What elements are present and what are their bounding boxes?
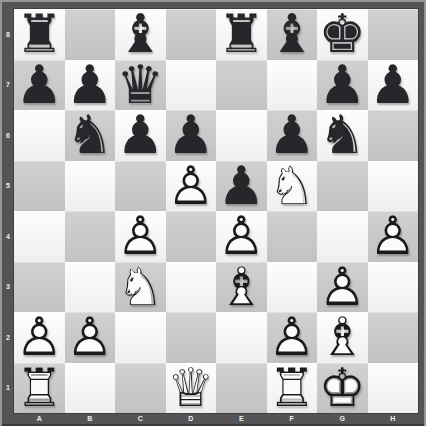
square-f4[interactable] [267, 211, 318, 262]
square-a4[interactable] [14, 211, 65, 262]
square-g8[interactable]: ♚ [317, 9, 368, 60]
white-piece-outline-glyph: ♔ [317, 363, 368, 414]
piece-white-pawn[interactable]: ♟♙ [65, 312, 116, 363]
square-h5[interactable] [368, 161, 419, 212]
square-d5[interactable]: ♟♙ [166, 161, 217, 212]
square-a1[interactable]: ♜♖ [14, 363, 65, 414]
white-piece-outline-glyph: ♙ [368, 211, 419, 262]
rank-label-2: 2 [2, 312, 14, 363]
white-piece-outline-glyph: ♘ [267, 161, 318, 212]
square-f3[interactable] [267, 262, 318, 313]
file-label-b: B [65, 413, 116, 424]
piece-black-pawn[interactable]: ♟ [115, 110, 166, 161]
piece-black-king[interactable]: ♚ [317, 9, 368, 60]
file-label-h: H [368, 413, 419, 424]
piece-black-pawn[interactable]: ♟ [65, 60, 116, 111]
piece-black-rook[interactable]: ♜ [14, 9, 65, 60]
white-piece-outline-glyph: ♙ [317, 262, 368, 313]
piece-white-bishop[interactable]: ♝♗ [216, 262, 267, 313]
square-a7[interactable]: ♟ [14, 60, 65, 111]
piece-white-pawn[interactable]: ♟♙ [166, 161, 217, 212]
file-label-d: D [166, 413, 217, 424]
square-c8[interactable]: ♝ [115, 9, 166, 60]
chess-board: ♜♝♜♝♚♟♟♛♟♟♞♟♟♟♞♟♙♟♞♘♟♙♟♙♟♙♞♘♝♗♟♙♟♙♟♙♟♙♝♗… [14, 9, 418, 413]
square-h3[interactable] [368, 262, 419, 313]
square-d7[interactable] [166, 60, 217, 111]
piece-white-pawn[interactable]: ♟♙ [267, 312, 318, 363]
square-c6[interactable]: ♟ [115, 110, 166, 161]
square-c2[interactable] [115, 312, 166, 363]
square-h6[interactable] [368, 110, 419, 161]
rank-label-3: 3 [2, 262, 14, 313]
square-g4[interactable] [317, 211, 368, 262]
white-piece-outline-glyph: ♗ [317, 312, 368, 363]
piece-black-pawn[interactable]: ♟ [14, 60, 65, 111]
square-g2[interactable]: ♝♗ [317, 312, 368, 363]
rank-label-6: 6 [2, 110, 14, 161]
piece-black-pawn[interactable]: ♟ [317, 60, 368, 111]
square-d1[interactable]: ♛♕ [166, 363, 217, 414]
piece-black-pawn[interactable]: ♟ [267, 110, 318, 161]
rank-label-8: 8 [2, 9, 14, 60]
square-h2[interactable] [368, 312, 419, 363]
piece-black-pawn[interactable]: ♟ [368, 60, 419, 111]
square-g7[interactable]: ♟ [317, 60, 368, 111]
square-b6[interactable]: ♞ [65, 110, 116, 161]
piece-white-king[interactable]: ♚♔ [317, 363, 368, 414]
white-piece-outline-glyph: ♙ [267, 312, 318, 363]
white-piece-outline-glyph: ♘ [115, 262, 166, 313]
square-g1[interactable]: ♚♔ [317, 363, 368, 414]
file-label-g: G [317, 413, 368, 424]
square-e5[interactable]: ♟ [216, 161, 267, 212]
square-b2[interactable]: ♟♙ [65, 312, 116, 363]
square-f8[interactable]: ♝ [267, 9, 318, 60]
piece-black-rook[interactable]: ♜ [216, 9, 267, 60]
piece-white-pawn[interactable]: ♟♙ [14, 312, 65, 363]
piece-white-bishop[interactable]: ♝♗ [317, 312, 368, 363]
square-a8[interactable]: ♜ [14, 9, 65, 60]
square-e3[interactable]: ♝♗ [216, 262, 267, 313]
square-b7[interactable]: ♟ [65, 60, 116, 111]
rank-label-5: 5 [2, 161, 14, 212]
rank-labels: 87654321 [2, 9, 14, 413]
square-c5[interactable] [115, 161, 166, 212]
square-h7[interactable]: ♟ [368, 60, 419, 111]
piece-black-bishop[interactable]: ♝ [115, 9, 166, 60]
square-c7[interactable]: ♛ [115, 60, 166, 111]
square-a3[interactable] [14, 262, 65, 313]
square-f1[interactable]: ♜♖ [267, 363, 318, 414]
white-piece-outline-glyph: ♙ [14, 312, 65, 363]
piece-white-knight[interactable]: ♞♘ [115, 262, 166, 313]
square-b5[interactable] [65, 161, 116, 212]
white-piece-outline-glyph: ♖ [14, 363, 65, 414]
square-e2[interactable] [216, 312, 267, 363]
white-piece-outline-glyph: ♕ [166, 363, 217, 414]
chess-board-frame: 87654321 ♜♝♜♝♚♟♟♛♟♟♞♟♟♟♞♟♙♟♞♘♟♙♟♙♟♙♞♘♝♗♟… [0, 0, 426, 426]
square-f2[interactable]: ♟♙ [267, 312, 318, 363]
square-h1[interactable] [368, 363, 419, 414]
square-a2[interactable]: ♟♙ [14, 312, 65, 363]
white-piece-outline-glyph: ♙ [216, 211, 267, 262]
square-h4[interactable]: ♟♙ [368, 211, 419, 262]
piece-black-pawn[interactable]: ♟ [166, 110, 217, 161]
square-g6[interactable]: ♞ [317, 110, 368, 161]
square-c3[interactable]: ♞♘ [115, 262, 166, 313]
file-label-f: F [267, 413, 318, 424]
square-b4[interactable] [65, 211, 116, 262]
square-c1[interactable] [115, 363, 166, 414]
piece-black-knight[interactable]: ♞ [65, 110, 116, 161]
rank-label-4: 4 [2, 211, 14, 262]
piece-white-queen[interactable]: ♛♕ [166, 363, 217, 414]
piece-white-pawn[interactable]: ♟♙ [368, 211, 419, 262]
white-piece-outline-glyph: ♖ [267, 363, 318, 414]
square-e7[interactable] [216, 60, 267, 111]
piece-white-rook[interactable]: ♜♖ [267, 363, 318, 414]
square-f7[interactable] [267, 60, 318, 111]
square-e6[interactable] [216, 110, 267, 161]
file-label-e: E [216, 413, 267, 424]
square-b1[interactable] [65, 363, 116, 414]
file-label-a: A [14, 413, 65, 424]
file-labels: ABCDEFGH [14, 413, 418, 424]
square-e8[interactable]: ♜ [216, 9, 267, 60]
white-piece-outline-glyph: ♙ [115, 211, 166, 262]
white-piece-outline-glyph: ♙ [65, 312, 116, 363]
piece-black-pawn[interactable]: ♟ [216, 161, 267, 212]
piece-white-pawn[interactable]: ♟♙ [317, 262, 368, 313]
piece-black-knight[interactable]: ♞ [317, 110, 368, 161]
square-a6[interactable] [14, 110, 65, 161]
square-d8[interactable] [166, 9, 217, 60]
square-e1[interactable] [216, 363, 267, 414]
square-h8[interactable] [368, 9, 419, 60]
square-a5[interactable] [14, 161, 65, 212]
square-d3[interactable] [166, 262, 217, 313]
rank-label-7: 7 [2, 60, 14, 111]
piece-white-rook[interactable]: ♜♖ [14, 363, 65, 414]
piece-black-bishop[interactable]: ♝ [267, 9, 318, 60]
square-g3[interactable]: ♟♙ [317, 262, 368, 313]
square-d4[interactable] [166, 211, 217, 262]
piece-white-pawn[interactable]: ♟♙ [115, 211, 166, 262]
square-f5[interactable]: ♞♘ [267, 161, 318, 212]
white-piece-outline-glyph: ♗ [216, 262, 267, 313]
square-d2[interactable] [166, 312, 217, 363]
piece-white-knight[interactable]: ♞♘ [267, 161, 318, 212]
piece-white-pawn[interactable]: ♟♙ [216, 211, 267, 262]
square-d6[interactable]: ♟ [166, 110, 217, 161]
white-piece-outline-glyph: ♙ [166, 161, 217, 212]
rank-label-1: 1 [2, 363, 14, 414]
square-b3[interactable] [65, 262, 116, 313]
square-c4[interactable]: ♟♙ [115, 211, 166, 262]
square-e4[interactable]: ♟♙ [216, 211, 267, 262]
square-b8[interactable] [65, 9, 116, 60]
piece-black-queen[interactable]: ♛ [115, 60, 166, 111]
square-f6[interactable]: ♟ [267, 110, 318, 161]
file-label-c: C [115, 413, 166, 424]
square-g5[interactable] [317, 161, 368, 212]
